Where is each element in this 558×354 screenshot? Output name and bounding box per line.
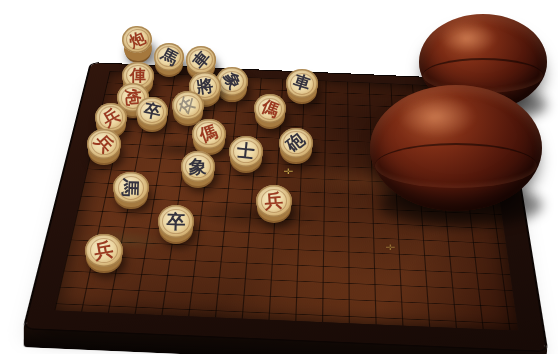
board-point-marker: ✛ <box>283 168 293 177</box>
piece-black-soldier: 卒 <box>158 205 194 237</box>
piece-red-soldier: 兵 <box>85 234 122 267</box>
piece-red-soldier: 兵 <box>256 185 291 217</box>
piece-red-soldier: 兵 <box>87 129 121 159</box>
piece-character: 兵 <box>255 183 293 217</box>
piece-character: 馬 <box>115 170 148 206</box>
board-front-edge <box>24 324 548 354</box>
go-bowl-lower <box>370 85 542 211</box>
piece-character: 車 <box>283 65 322 102</box>
piece-character: 傌 <box>249 89 290 128</box>
piece-red-horse: 傌 <box>192 119 225 149</box>
piece-black-horse: 馬 <box>154 43 185 71</box>
piece-black-chariot: 車 <box>186 46 217 74</box>
piece-black-cannon: 砲 <box>279 128 313 158</box>
piece-black-horse: 馬 <box>113 172 148 204</box>
piece-character: 象 <box>181 151 215 182</box>
piece-black-soldier: 卒 <box>136 97 169 126</box>
piece-red-cannon: 炮 <box>121 25 154 55</box>
piece-character: 兵 <box>83 231 125 270</box>
piece-character: 炮 <box>118 21 157 58</box>
piece-black-soldier: 卒 <box>172 91 204 120</box>
scene: ✛✛炮馬車象將車俥炮兵卒卒傌兵傌士砲象馬卒兵兵 <box>0 0 558 354</box>
piece-character: 士 <box>228 135 265 169</box>
piece-character: 卒 <box>170 86 207 125</box>
piece-black-elephant: 象 <box>181 151 215 182</box>
piece-character: 卒 <box>157 205 194 239</box>
piece-red-horse: 傌 <box>254 94 286 123</box>
piece-black-chariot: 車 <box>286 69 318 98</box>
piece-black-advisor: 士 <box>229 136 263 166</box>
piece-character: 卒 <box>133 94 171 129</box>
board-point-marker: ✛ <box>385 244 395 253</box>
